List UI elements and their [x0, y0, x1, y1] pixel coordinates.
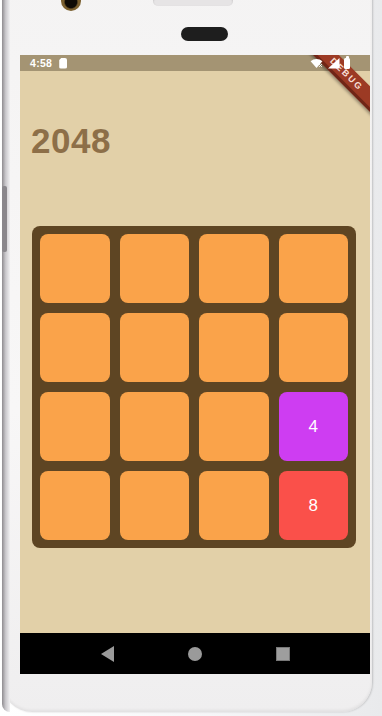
tile-r2c1 [40, 313, 110, 382]
back-icon[interactable] [101, 646, 114, 662]
tile-r2c2 [120, 313, 190, 382]
status-bar-right [310, 58, 350, 69]
front-camera [61, 0, 81, 11]
tile-r3c1 [40, 392, 110, 461]
status-bar-left: 4:58 [30, 57, 67, 69]
tile-r1c1 [40, 234, 110, 303]
tile-r1c3 [199, 234, 269, 303]
battery-icon [344, 58, 350, 69]
earpiece [181, 27, 228, 41]
tile-r1c4 [279, 234, 349, 303]
tile-r2c3 [199, 313, 269, 382]
page-title: 2048 [31, 121, 111, 161]
tile-r3c2 [120, 392, 190, 461]
tile-r4c4: 8 [279, 471, 349, 540]
signal-icon [327, 58, 340, 69]
android-nav-bar [20, 633, 370, 674]
phone-frame: 4:58 DEBUG 2048 48 [2, 0, 372, 712]
speaker-slot [153, 0, 233, 6]
volume-button[interactable] [2, 186, 7, 252]
status-bar: 4:58 [20, 55, 370, 71]
tile-r4c3 [199, 471, 269, 540]
tile-r3c4: 4 [279, 392, 349, 461]
recents-icon[interactable] [276, 647, 290, 661]
tile-r3c3 [199, 392, 269, 461]
tile-r2c4 [279, 313, 349, 382]
sim-card-icon [59, 58, 67, 69]
wifi-off-icon [310, 58, 323, 69]
tile-r4c2 [120, 471, 190, 540]
clock: 4:58 [30, 57, 52, 69]
home-icon[interactable] [188, 647, 202, 661]
tile-r4c1 [40, 471, 110, 540]
phone-left-edge [2, 0, 10, 712]
game-board[interactable]: 48 [32, 226, 356, 548]
screen: 4:58 DEBUG 2048 48 [20, 55, 370, 674]
tile-r1c2 [120, 234, 190, 303]
